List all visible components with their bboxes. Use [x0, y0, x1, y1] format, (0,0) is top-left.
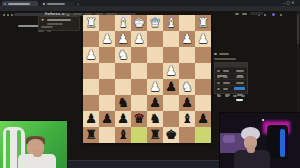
webcam-right	[219, 112, 300, 168]
square-f1[interactable]: ♝	[115, 15, 131, 31]
square-g1[interactable]	[99, 15, 115, 31]
square-c6[interactable]	[163, 95, 179, 111]
white-rook-piece: ♜	[83, 15, 99, 31]
settings-icon[interactable]	[242, 13, 247, 15]
black-queen-piece: ♛	[131, 111, 147, 127]
square-e2[interactable]: ♟	[131, 31, 147, 47]
tab-favicon	[4, 3, 6, 5]
square-g2[interactable]: ♟	[99, 31, 115, 47]
window-controls[interactable]: – ▢ ✕	[283, 0, 295, 5]
chair-trim	[6, 130, 10, 168]
square-h4[interactable]	[83, 63, 99, 79]
prev-move-icon[interactable]	[225, 95, 229, 97]
white-knight-piece: ♞	[179, 79, 195, 95]
square-e8[interactable]	[131, 127, 147, 143]
next-move-icon[interactable]	[233, 95, 237, 97]
white-pawn-piece: ♟	[83, 47, 99, 63]
square-a6[interactable]	[195, 95, 211, 111]
black-knight-piece: ♞	[147, 111, 163, 127]
square-c7[interactable]	[163, 111, 179, 127]
square-a8[interactable]	[195, 127, 211, 143]
white-queen-piece: ♛	[147, 15, 163, 31]
browser-tab-inactive[interactable]	[41, 2, 74, 6]
white-pawn-piece: ♟	[115, 31, 131, 47]
extensions-puzzle-icon[interactable]	[264, 14, 266, 16]
white-pawn-piece: ♟	[195, 31, 211, 47]
square-b1[interactable]	[179, 15, 195, 31]
ceiling-light-dot	[262, 119, 264, 121]
square-h1[interactable]: ♜	[83, 15, 99, 31]
square-e5[interactable]	[131, 79, 147, 95]
black-pawn-piece: ♟	[115, 111, 131, 127]
black-knight-piece: ♞	[115, 95, 131, 111]
game-status-line	[214, 58, 236, 60]
square-f4[interactable]	[115, 63, 131, 79]
white-bishop-piece: ♝	[163, 15, 179, 31]
player-hand	[33, 149, 42, 157]
square-d1[interactable]: ♛	[147, 15, 163, 31]
white-king-piece: ♚	[131, 15, 147, 31]
scrollbar-thumb[interactable]	[297, 14, 299, 44]
square-g5[interactable]	[99, 79, 115, 95]
square-a2[interactable]: ♟	[195, 31, 211, 47]
black-bishop-piece: ♝	[179, 111, 195, 127]
white-pawn-piece: ♟	[147, 79, 163, 95]
broadcast-icon: ➤	[41, 18, 44, 22]
nav-item[interactable]	[64, 13, 70, 15]
square-d4[interactable]	[147, 63, 163, 79]
square-e7[interactable]: ♛	[131, 111, 147, 127]
square-b4[interactable]	[179, 63, 195, 79]
square-b7[interactable]: ♝	[179, 111, 195, 127]
square-d7[interactable]: ♞	[147, 111, 163, 127]
player-name-top	[219, 53, 229, 55]
square-h8[interactable]: ♜	[83, 127, 99, 143]
black-pawn-piece: ♟	[147, 95, 163, 111]
black-pawn-piece: ♟	[195, 111, 211, 127]
square-f3[interactable]: ♞	[115, 47, 131, 63]
search-icon[interactable]	[235, 13, 239, 15]
square-d8[interactable]: ♜	[147, 127, 163, 143]
reload-icon[interactable]	[11, 14, 13, 16]
square-d2[interactable]	[147, 31, 163, 47]
square-d6[interactable]: ♟	[147, 95, 163, 111]
square-g7[interactable]: ♟	[99, 111, 115, 127]
first-move-icon[interactable]	[217, 95, 221, 97]
black-bishop-piece: ♝	[115, 127, 131, 143]
white-pawn-piece: ♟	[163, 63, 179, 79]
square-g8[interactable]	[99, 127, 115, 143]
chair-blue-stripe	[280, 129, 285, 157]
player-hand	[247, 145, 255, 153]
stream-screenshot: + – ▢ ✕ lichess.org ➤ ♜♝♚♛♝♜♟♟♟♟♟♟♞♟♟♟♞♞…	[0, 0, 300, 168]
square-f6[interactable]: ♞	[115, 95, 131, 111]
square-g4[interactable]	[99, 63, 115, 79]
webcam-left	[0, 120, 68, 168]
square-h3[interactable]: ♟	[83, 47, 99, 63]
black-pawn-piece: ♟	[163, 79, 179, 95]
current-move-highlight[interactable]	[234, 87, 245, 91]
forward-icon[interactable]	[7, 14, 9, 16]
square-c1[interactable]: ♝	[163, 15, 179, 31]
square-f5[interactable]	[115, 79, 131, 95]
square-c3[interactable]	[163, 47, 179, 63]
analysis-panel	[213, 52, 247, 98]
square-b5[interactable]: ♞	[179, 79, 195, 95]
black-king-piece: ♚	[163, 127, 179, 143]
nav-item[interactable]	[73, 13, 82, 15]
square-a4[interactable]	[195, 63, 211, 79]
game-info-panel: ➤	[38, 16, 80, 31]
square-h6[interactable]	[83, 95, 99, 111]
square-h7[interactable]: ♟	[83, 111, 99, 127]
square-f2[interactable]: ♟	[115, 31, 131, 47]
square-c5[interactable]: ♟	[163, 79, 179, 95]
square-e1[interactable]: ♚	[131, 15, 147, 31]
square-c2[interactable]	[163, 31, 179, 47]
clock-icon	[214, 53, 217, 55]
panel-toggle[interactable]	[47, 30, 51, 32]
square-a3[interactable]	[195, 47, 211, 63]
tab-favicon	[43, 3, 45, 5]
square-g6[interactable]	[99, 95, 115, 111]
square-d5[interactable]: ♟	[147, 79, 163, 95]
square-f8[interactable]: ♝	[115, 127, 131, 143]
last-move-icon[interactable]	[241, 95, 245, 97]
black-pawn-piece: ♟	[99, 111, 115, 127]
square-h2[interactable]	[83, 31, 99, 47]
square-e6[interactable]	[131, 95, 147, 111]
square-b2[interactable]: ♟	[179, 31, 195, 47]
square-c4[interactable]: ♟	[163, 63, 179, 79]
chess-board[interactable]: ♜♝♚♛♝♜♟♟♟♟♟♟♞♟♟♟♞♞♟♟♟♟♟♛♞♝♟♜♝♜♚	[83, 15, 211, 143]
square-a7[interactable]: ♟	[195, 111, 211, 127]
square-h5[interactable]	[83, 79, 99, 95]
square-c8[interactable]: ♚	[163, 127, 179, 143]
white-pawn-piece: ♟	[179, 31, 195, 47]
black-pawn-piece: ♟	[83, 111, 99, 127]
square-a1[interactable]: ♜	[195, 15, 211, 31]
black-rook-piece: ♜	[147, 127, 163, 143]
white-bishop-piece: ♝	[115, 15, 131, 31]
square-b6[interactable]: ♟	[179, 95, 195, 111]
couch-pillow	[223, 135, 235, 143]
white-pawn-piece: ♟	[99, 31, 115, 47]
white-rook-piece: ♜	[195, 15, 211, 31]
browser-menu-icon[interactable]	[280, 14, 282, 16]
square-b3[interactable]	[179, 47, 195, 63]
square-f7[interactable]: ♟	[115, 111, 131, 127]
square-e4[interactable]	[131, 63, 147, 79]
back-icon[interactable]	[3, 14, 5, 16]
square-d3[interactable]	[147, 47, 163, 63]
square-e3[interactable]	[131, 47, 147, 63]
square-b8[interactable]	[179, 127, 195, 143]
move-list[interactable]	[214, 62, 248, 94]
sign-in-button[interactable]	[250, 12, 263, 16]
square-g3[interactable]	[99, 47, 115, 63]
white-knight-piece: ♞	[115, 47, 131, 63]
black-pawn-piece: ♟	[179, 95, 195, 111]
profile-avatar[interactable]	[272, 13, 275, 16]
black-rook-piece: ♜	[83, 127, 99, 143]
white-pawn-piece: ♟	[131, 31, 147, 47]
square-a5[interactable]	[195, 79, 211, 95]
spectator-count	[38, 30, 44, 32]
